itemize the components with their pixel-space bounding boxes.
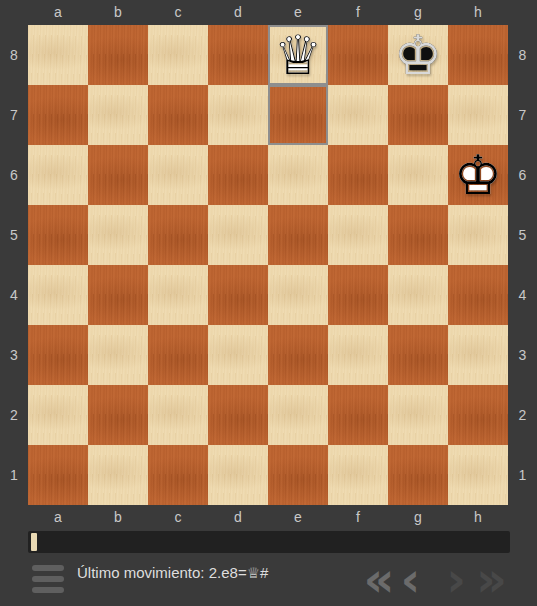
white-king-glyph-outline: ♔ [448,145,508,205]
square-g2[interactable] [388,385,448,445]
rank-label-5: 5 [508,205,537,265]
square-e1[interactable] [268,445,328,505]
file-label-a: a [28,0,88,25]
square-f6[interactable] [328,145,388,205]
hamburger-icon [32,587,64,593]
hamburger-icon [32,576,64,582]
menu-button[interactable] [32,564,64,596]
square-h5[interactable] [448,205,508,265]
square-d6[interactable] [208,145,268,205]
move-navigation: « ‹ › » [363,552,507,606]
file-label-d: d [208,504,268,531]
square-d1[interactable] [208,445,268,505]
file-label-c: c [148,0,208,25]
last-move-button[interactable]: » [476,552,507,606]
last-move-status: Último movimiento: 2.e8=♕# [77,563,268,583]
square-e2[interactable] [268,385,328,445]
square-f8[interactable] [328,25,388,85]
rank-label-6: 6 [508,145,537,205]
square-c4[interactable] [148,265,208,325]
rank-label-8: 8 [0,25,28,85]
square-c2[interactable] [148,385,208,445]
rank-label-5: 5 [0,205,28,265]
square-b7[interactable] [88,85,148,145]
square-a6[interactable] [28,145,88,205]
file-label-a: a [28,504,88,531]
square-e3[interactable] [268,325,328,385]
black-king-glyph-outline: ♔ [388,25,448,85]
black-king-piece[interactable]: ♚♔ [388,25,448,85]
rank-label-3: 3 [508,325,537,385]
square-f3[interactable] [328,325,388,385]
rank-label-6: 6 [0,145,28,205]
square-a2[interactable] [28,385,88,445]
square-h1[interactable] [448,445,508,505]
rank-label-2: 2 [0,385,28,445]
square-c6[interactable] [148,145,208,205]
rank-label-7: 7 [0,85,28,145]
square-e8[interactable]: ♛♕ [268,25,328,85]
square-a8[interactable] [28,25,88,85]
square-b6[interactable] [88,145,148,205]
square-a5[interactable] [28,205,88,265]
square-g7[interactable] [388,85,448,145]
rank-label-1: 1 [0,445,28,505]
white-king-piece[interactable]: ♚♔ [448,145,508,205]
square-g5[interactable] [388,205,448,265]
square-f2[interactable] [328,385,388,445]
file-label-g: g [388,0,448,25]
rank-label-3: 3 [0,325,28,385]
next-move-button[interactable]: › [446,552,466,606]
square-e4[interactable] [268,265,328,325]
square-g6[interactable] [388,145,448,205]
square-f7[interactable] [328,85,388,145]
square-d4[interactable] [208,265,268,325]
square-f4[interactable] [328,265,388,325]
square-g8[interactable]: ♚♔ [388,25,448,85]
square-h3[interactable] [448,325,508,385]
square-d2[interactable] [208,385,268,445]
square-c8[interactable] [148,25,208,85]
file-label-h: h [448,504,508,531]
file-label-b: b [88,504,148,531]
file-label-e: e [268,0,328,25]
square-a7[interactable] [28,85,88,145]
first-move-button[interactable]: « [363,552,394,606]
square-f1[interactable] [328,445,388,505]
rank-label-1: 1 [508,445,537,505]
square-b2[interactable] [88,385,148,445]
square-b5[interactable] [88,205,148,265]
square-h7[interactable] [448,85,508,145]
square-d8[interactable] [208,25,268,85]
file-label-c: c [148,504,208,531]
square-a4[interactable] [28,265,88,325]
square-g3[interactable] [388,325,448,385]
square-d5[interactable] [208,205,268,265]
square-h8[interactable] [448,25,508,85]
square-d7[interactable] [208,85,268,145]
square-c1[interactable] [148,445,208,505]
hamburger-icon [32,565,64,571]
file-label-b: b [88,0,148,25]
square-c3[interactable] [148,325,208,385]
square-b4[interactable] [88,265,148,325]
square-e6[interactable] [268,145,328,205]
square-e5[interactable] [268,205,328,265]
rank-label-4: 4 [0,265,28,325]
square-b1[interactable] [88,445,148,505]
file-label-f: f [328,504,388,531]
square-h4[interactable] [448,265,508,325]
file-label-f: f [328,0,388,25]
square-d3[interactable] [208,325,268,385]
square-a1[interactable] [28,445,88,505]
square-f5[interactable] [328,205,388,265]
square-h2[interactable] [448,385,508,445]
rank-label-4: 4 [508,265,537,325]
square-b8[interactable] [88,25,148,85]
game-progress-bar[interactable] [28,531,510,553]
file-label-g: g [388,504,448,531]
square-g1[interactable] [388,445,448,505]
file-label-d: d [208,0,268,25]
previous-move-button[interactable]: ‹ [400,552,420,606]
file-label-h: h [448,0,508,25]
square-c5[interactable] [148,205,208,265]
white-queen-glyph-outline: ♕ [268,25,328,85]
white-queen-piece[interactable]: ♛♕ [268,25,328,85]
square-e7[interactable] [268,85,328,145]
file-label-e: e [268,504,328,531]
rank-label-2: 2 [508,385,537,445]
rank-label-8: 8 [508,25,537,85]
square-b3[interactable] [88,325,148,385]
square-h6[interactable]: ♚♔ [448,145,508,205]
chess-board[interactable]: ♛♕♚♔♚♔ [28,25,508,505]
progress-marker[interactable] [31,533,37,551]
rank-label-7: 7 [508,85,537,145]
square-c7[interactable] [148,85,208,145]
square-a3[interactable] [28,325,88,385]
square-g4[interactable] [388,265,448,325]
